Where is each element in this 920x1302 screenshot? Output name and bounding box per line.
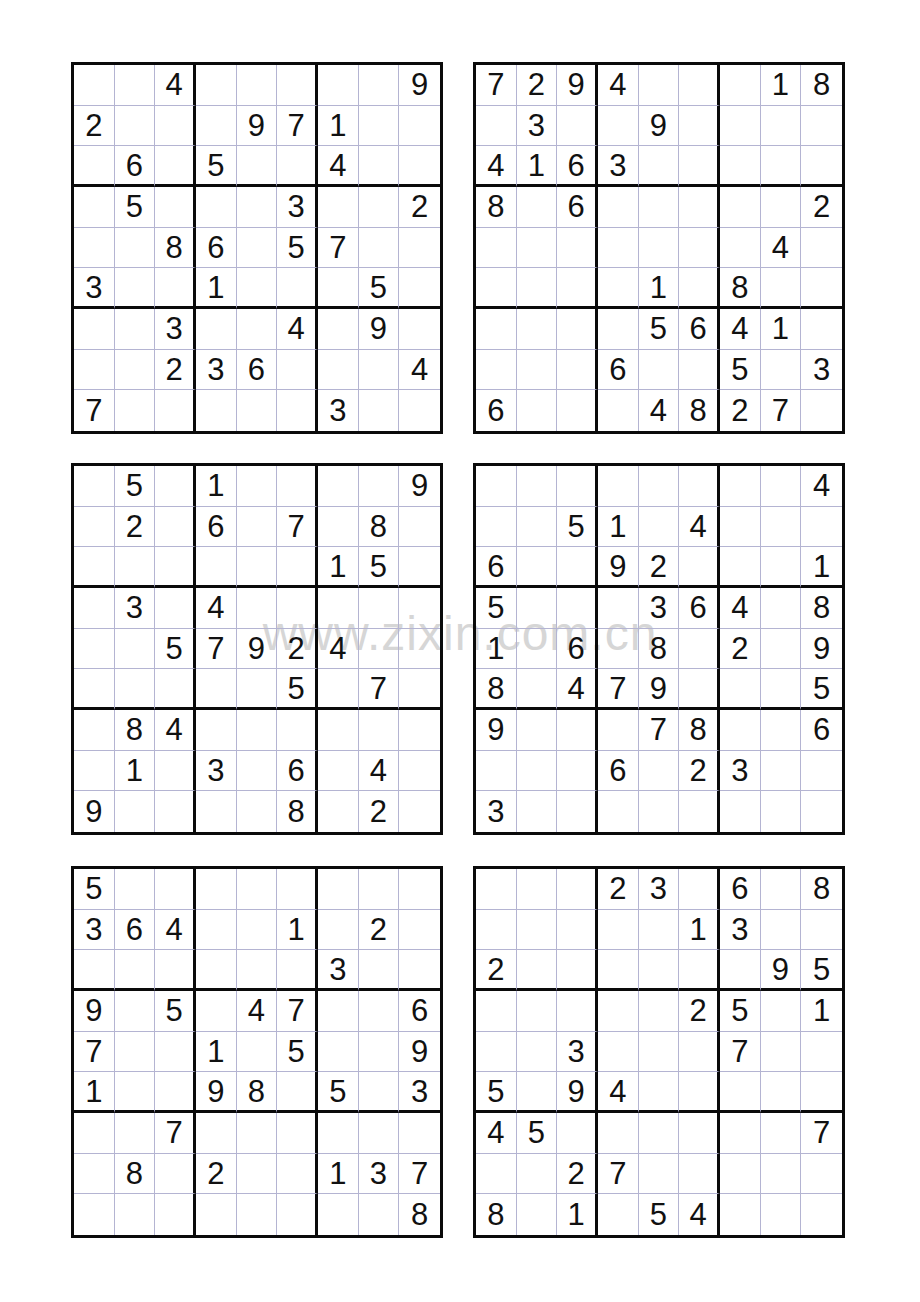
sudoku-cell-r2c5: 9 bbox=[237, 106, 278, 147]
sudoku-cell-r5c9 bbox=[399, 629, 440, 670]
sudoku-cell-r1c9: 4 bbox=[801, 466, 842, 507]
sudoku-cell-r4c4 bbox=[196, 991, 237, 1032]
sudoku-cell-r6c2 bbox=[517, 669, 558, 710]
sudoku-cell-r9c1: 7 bbox=[74, 390, 115, 431]
sudoku-cell-r1c1 bbox=[74, 65, 115, 106]
sudoku-cell-r5c1 bbox=[74, 228, 115, 269]
sudoku-cell-r3c2 bbox=[115, 950, 156, 991]
sudoku-cell-r6c6 bbox=[277, 1072, 318, 1113]
sudoku-cell-r9c8: 2 bbox=[359, 791, 400, 832]
sudoku-cell-r2c1 bbox=[476, 507, 517, 548]
sudoku-cell-r1c1 bbox=[74, 466, 115, 507]
sudoku-cell-r3c7: 4 bbox=[318, 146, 359, 187]
sudoku-cell-r6c5 bbox=[639, 1072, 680, 1113]
sudoku-cell-r4c1: 9 bbox=[74, 991, 115, 1032]
sudoku-cell-r9c5: 4 bbox=[639, 390, 680, 431]
sudoku-cell-r7c7 bbox=[318, 1113, 359, 1154]
sudoku-cell-r1c2: 5 bbox=[115, 466, 156, 507]
sudoku-cell-r8c8 bbox=[761, 1154, 802, 1195]
sudoku-cell-r3c4 bbox=[598, 950, 639, 991]
sudoku-cell-r7c3: 7 bbox=[155, 1113, 196, 1154]
sudoku-cell-r2c3 bbox=[557, 910, 598, 951]
sudoku-cell-r6c9 bbox=[399, 669, 440, 710]
sudoku-cell-r1c6 bbox=[679, 65, 720, 106]
sudoku-cell-r6c9 bbox=[801, 1072, 842, 1113]
sudoku-cell-r4c7: 5 bbox=[720, 991, 761, 1032]
sudoku-cell-r9c3 bbox=[155, 1194, 196, 1235]
sudoku-cell-r1c1: 7 bbox=[476, 65, 517, 106]
sudoku-cell-r5c7: 4 bbox=[318, 629, 359, 670]
sudoku-cell-r6c7: 8 bbox=[720, 268, 761, 309]
sudoku-cell-r9c5 bbox=[237, 390, 278, 431]
sudoku-cell-r8c5 bbox=[639, 350, 680, 391]
sudoku-cell-r8c2 bbox=[517, 1154, 558, 1195]
sudoku-cell-r2c1 bbox=[476, 106, 517, 147]
sudoku-cell-r9c4 bbox=[196, 791, 237, 832]
sudoku-cell-r2c4: 6 bbox=[196, 507, 237, 548]
sudoku-cell-r9c3 bbox=[155, 390, 196, 431]
sudoku-cell-r2c7 bbox=[720, 106, 761, 147]
sudoku-cell-r9c2 bbox=[115, 390, 156, 431]
sudoku-cell-r2c4: 1 bbox=[598, 507, 639, 548]
sudoku-cell-r7c8: 9 bbox=[359, 309, 400, 350]
sudoku-cell-r9c8 bbox=[761, 1194, 802, 1235]
sudoku-cell-r9c7 bbox=[720, 791, 761, 832]
sudoku-cell-r4c7 bbox=[318, 588, 359, 629]
sudoku-cell-r6c3: 4 bbox=[557, 669, 598, 710]
sudoku-cell-r5c1: 7 bbox=[74, 1032, 115, 1073]
sudoku-cell-r7c5: 5 bbox=[639, 309, 680, 350]
sudoku-cell-r4c5 bbox=[639, 187, 680, 228]
sudoku-cell-r1c7 bbox=[720, 466, 761, 507]
sudoku-cell-r5c4: 6 bbox=[196, 228, 237, 269]
sudoku-cell-r5c2 bbox=[517, 1032, 558, 1073]
sudoku-cell-r5c8 bbox=[359, 1032, 400, 1073]
sudoku-cell-r5c2 bbox=[115, 1032, 156, 1073]
sudoku-cell-r7c8 bbox=[359, 710, 400, 751]
sudoku-cell-r2c5 bbox=[639, 910, 680, 951]
sudoku-cell-r1c2 bbox=[517, 869, 558, 910]
sudoku-cell-r6c8 bbox=[761, 268, 802, 309]
sudoku-cell-r3c8: 5 bbox=[359, 547, 400, 588]
sudoku-cell-r6c4: 7 bbox=[598, 669, 639, 710]
sudoku-cell-r4c2: 5 bbox=[115, 187, 156, 228]
sudoku-cell-r7c4 bbox=[598, 710, 639, 751]
sudoku-cell-r4c1 bbox=[74, 588, 115, 629]
sudoku-cell-r4c2 bbox=[517, 187, 558, 228]
sudoku-cell-r8c2 bbox=[517, 751, 558, 792]
sudoku-cell-r4c2 bbox=[115, 991, 156, 1032]
sudoku-cell-r2c9 bbox=[399, 507, 440, 548]
sudoku-cell-r2c9 bbox=[801, 106, 842, 147]
sudoku-cell-r4c9: 8 bbox=[801, 588, 842, 629]
sudoku-cell-r7c4 bbox=[598, 309, 639, 350]
sudoku-cell-r6c8: 7 bbox=[359, 669, 400, 710]
sudoku-cell-r4c9: 2 bbox=[801, 187, 842, 228]
sudoku-cell-r1c8 bbox=[359, 869, 400, 910]
sudoku-cell-r6c2 bbox=[517, 268, 558, 309]
sudoku-cell-r3c2 bbox=[517, 950, 558, 991]
sudoku-cell-r5c7: 2 bbox=[720, 629, 761, 670]
sudoku-cell-r3c3 bbox=[155, 547, 196, 588]
sudoku-cell-r3c1 bbox=[74, 547, 115, 588]
sudoku-cell-r9c6: 8 bbox=[679, 390, 720, 431]
sudoku-cell-r1c5 bbox=[639, 65, 680, 106]
sudoku-cell-r2c8 bbox=[761, 910, 802, 951]
sudoku-cell-r5c3: 5 bbox=[155, 629, 196, 670]
sudoku-cell-r4c6 bbox=[679, 187, 720, 228]
sudoku-cell-r8c1 bbox=[74, 751, 115, 792]
sudoku-cell-r5c8 bbox=[359, 629, 400, 670]
sudoku-cell-r5c5 bbox=[237, 228, 278, 269]
sudoku-cell-r4c2: 3 bbox=[115, 588, 156, 629]
sudoku-cell-r8c2: 1 bbox=[115, 751, 156, 792]
sudoku-cell-r5c5 bbox=[639, 1032, 680, 1073]
sudoku-cell-r4c8 bbox=[359, 991, 400, 1032]
sudoku-cell-r9c5: 5 bbox=[639, 1194, 680, 1235]
sudoku-cell-r9c8 bbox=[761, 791, 802, 832]
sudoku-grid-5: 5364123954767159198537821378 bbox=[71, 866, 443, 1238]
sudoku-cell-r4c9 bbox=[399, 588, 440, 629]
sudoku-cell-r9c4 bbox=[196, 1194, 237, 1235]
sudoku-cell-r6c2 bbox=[517, 1072, 558, 1113]
sudoku-cell-r9c5 bbox=[639, 791, 680, 832]
sudoku-cell-r8c4: 2 bbox=[196, 1154, 237, 1195]
sudoku-cell-r8c8: 4 bbox=[359, 751, 400, 792]
sudoku-cell-r5c8: 4 bbox=[761, 228, 802, 269]
sudoku-cell-r1c7 bbox=[318, 466, 359, 507]
sudoku-cell-r9c1: 9 bbox=[74, 791, 115, 832]
sudoku-cell-r3c3 bbox=[155, 950, 196, 991]
sudoku-cell-r3c2: 1 bbox=[517, 146, 558, 187]
sudoku-cell-r1c3 bbox=[557, 869, 598, 910]
sudoku-cell-r2c6: 7 bbox=[277, 507, 318, 548]
sudoku-cell-r9c7 bbox=[318, 791, 359, 832]
sudoku-worksheet-page: www.zixin.com.cn 49297165453286573153492… bbox=[0, 0, 920, 1302]
sudoku-cell-r7c2 bbox=[517, 710, 558, 751]
sudoku-cell-r3c5: 2 bbox=[639, 547, 680, 588]
sudoku-cell-r4c8 bbox=[359, 588, 400, 629]
sudoku-cell-r1c8 bbox=[359, 466, 400, 507]
sudoku-cell-r1c5 bbox=[639, 466, 680, 507]
sudoku-cell-r5c4: 1 bbox=[196, 1032, 237, 1073]
sudoku-cell-r6c2 bbox=[115, 268, 156, 309]
sudoku-cell-r6c1: 5 bbox=[476, 1072, 517, 1113]
sudoku-cell-r7c1 bbox=[74, 1113, 115, 1154]
sudoku-cell-r9c6: 8 bbox=[277, 791, 318, 832]
sudoku-cell-r7c7 bbox=[318, 309, 359, 350]
sudoku-cell-r3c3 bbox=[155, 146, 196, 187]
sudoku-cell-r9c3: 1 bbox=[557, 1194, 598, 1235]
sudoku-cell-r2c8: 8 bbox=[359, 507, 400, 548]
sudoku-cell-r7c2 bbox=[115, 1113, 156, 1154]
sudoku-cell-r5c6 bbox=[679, 1032, 720, 1073]
sudoku-cell-r9c7: 3 bbox=[318, 390, 359, 431]
sudoku-cell-r4c8 bbox=[761, 588, 802, 629]
sudoku-cell-r2c7 bbox=[318, 507, 359, 548]
sudoku-cell-r1c9 bbox=[399, 869, 440, 910]
sudoku-cell-r5c4 bbox=[598, 228, 639, 269]
sudoku-cell-r1c8: 1 bbox=[761, 65, 802, 106]
sudoku-cell-r6c1: 8 bbox=[476, 669, 517, 710]
sudoku-cell-r4c8 bbox=[761, 991, 802, 1032]
sudoku-cell-r2c6: 1 bbox=[277, 910, 318, 951]
sudoku-cell-r2c4 bbox=[196, 910, 237, 951]
sudoku-cell-r3c7 bbox=[720, 146, 761, 187]
sudoku-cell-r4c3 bbox=[557, 991, 598, 1032]
sudoku-cell-r6c4: 4 bbox=[598, 1072, 639, 1113]
sudoku-cell-r2c7: 3 bbox=[720, 910, 761, 951]
sudoku-cell-r3c8: 9 bbox=[761, 950, 802, 991]
sudoku-cell-r9c2 bbox=[517, 791, 558, 832]
sudoku-cell-r6c8 bbox=[359, 1072, 400, 1113]
sudoku-cell-r2c2 bbox=[115, 106, 156, 147]
sudoku-cell-r7c6: 8 bbox=[679, 710, 720, 751]
sudoku-cell-r8c4: 3 bbox=[196, 350, 237, 391]
sudoku-cell-r1c2 bbox=[115, 869, 156, 910]
sudoku-cell-r6c2 bbox=[115, 669, 156, 710]
sudoku-cell-r7c3: 3 bbox=[155, 309, 196, 350]
sudoku-cell-r4c4 bbox=[598, 187, 639, 228]
sudoku-cell-r4c2 bbox=[517, 588, 558, 629]
sudoku-cell-r4c4 bbox=[598, 588, 639, 629]
sudoku-cell-r5c1: 1 bbox=[476, 629, 517, 670]
sudoku-cell-r1c7 bbox=[318, 65, 359, 106]
sudoku-cell-r6c8 bbox=[761, 669, 802, 710]
sudoku-cell-r4c6: 6 bbox=[679, 588, 720, 629]
sudoku-cell-r1c1: 5 bbox=[74, 869, 115, 910]
sudoku-cell-r5c1 bbox=[476, 1032, 517, 1073]
sudoku-cell-r5c6: 5 bbox=[277, 1032, 318, 1073]
sudoku-cell-r6c1 bbox=[74, 669, 115, 710]
sudoku-cell-r8c6: 2 bbox=[679, 751, 720, 792]
sudoku-cell-r9c1: 3 bbox=[476, 791, 517, 832]
sudoku-cell-r4c4 bbox=[196, 187, 237, 228]
sudoku-cell-r6c6 bbox=[679, 669, 720, 710]
sudoku-cell-r9c3 bbox=[155, 791, 196, 832]
sudoku-cell-r3c8 bbox=[761, 547, 802, 588]
sudoku-cell-r2c1 bbox=[476, 910, 517, 951]
sudoku-cell-r8c7 bbox=[318, 751, 359, 792]
sudoku-cell-r5c5: 9 bbox=[237, 629, 278, 670]
sudoku-cell-r3c6 bbox=[679, 146, 720, 187]
sudoku-cell-r1c9: 8 bbox=[801, 869, 842, 910]
sudoku-cell-r7c5 bbox=[639, 1113, 680, 1154]
sudoku-cell-r2c8 bbox=[761, 106, 802, 147]
sudoku-cell-r3c7: 1 bbox=[318, 547, 359, 588]
sudoku-cell-r7c9: 7 bbox=[801, 1113, 842, 1154]
sudoku-cell-r8c8 bbox=[359, 350, 400, 391]
sudoku-cell-r8c1 bbox=[74, 350, 115, 391]
sudoku-cell-r6c3 bbox=[155, 669, 196, 710]
sudoku-cell-r1c4: 2 bbox=[598, 869, 639, 910]
sudoku-cell-r3c4: 5 bbox=[196, 146, 237, 187]
sudoku-cell-r7c5 bbox=[237, 309, 278, 350]
sudoku-cell-r4c7: 4 bbox=[720, 588, 761, 629]
sudoku-cell-r2c6: 1 bbox=[679, 910, 720, 951]
sudoku-cell-r6c3 bbox=[155, 268, 196, 309]
sudoku-cell-r6c4 bbox=[598, 268, 639, 309]
sudoku-cell-r5c6 bbox=[679, 228, 720, 269]
sudoku-cell-r9c4 bbox=[598, 390, 639, 431]
sudoku-cell-r9c7 bbox=[720, 1194, 761, 1235]
sudoku-cell-r5c2 bbox=[115, 629, 156, 670]
sudoku-grid-6: 23681329525137594457278154 bbox=[473, 866, 845, 1238]
sudoku-cell-r3c6 bbox=[277, 950, 318, 991]
sudoku-cell-r7c7 bbox=[720, 1113, 761, 1154]
sudoku-cell-r8c9: 4 bbox=[399, 350, 440, 391]
sudoku-cell-r4c1: 5 bbox=[476, 588, 517, 629]
sudoku-cell-r3c1: 6 bbox=[476, 547, 517, 588]
sudoku-cell-r4c5 bbox=[237, 588, 278, 629]
sudoku-cell-r7c2: 8 bbox=[115, 710, 156, 751]
sudoku-cell-r1c9: 9 bbox=[399, 466, 440, 507]
sudoku-cell-r8c4: 3 bbox=[196, 751, 237, 792]
sudoku-cell-r4c4: 4 bbox=[196, 588, 237, 629]
sudoku-cell-r6c6 bbox=[277, 268, 318, 309]
sudoku-cell-r3c2 bbox=[115, 547, 156, 588]
sudoku-cell-r6c3 bbox=[155, 1072, 196, 1113]
sudoku-cell-r9c1: 6 bbox=[476, 390, 517, 431]
sudoku-cell-r1c5 bbox=[237, 869, 278, 910]
sudoku-cell-r7c6: 6 bbox=[679, 309, 720, 350]
sudoku-cell-r2c7 bbox=[318, 910, 359, 951]
sudoku-cell-r6c7 bbox=[720, 669, 761, 710]
sudoku-cell-r1c3 bbox=[155, 466, 196, 507]
sudoku-cell-r4c8 bbox=[761, 187, 802, 228]
sudoku-cell-r2c4 bbox=[598, 910, 639, 951]
sudoku-cell-r8c7 bbox=[720, 1154, 761, 1195]
sudoku-cell-r5c7 bbox=[720, 228, 761, 269]
sudoku-cell-r8c6 bbox=[679, 1154, 720, 1195]
sudoku-cell-r5c8 bbox=[359, 228, 400, 269]
sudoku-cell-r7c1 bbox=[74, 710, 115, 751]
sudoku-cell-r4c3 bbox=[557, 588, 598, 629]
sudoku-cell-r3c5 bbox=[237, 950, 278, 991]
sudoku-cell-r9c9 bbox=[801, 791, 842, 832]
sudoku-cell-r5c9 bbox=[801, 1032, 842, 1073]
sudoku-cell-r6c9: 5 bbox=[801, 669, 842, 710]
sudoku-cell-r5c3: 3 bbox=[557, 1032, 598, 1073]
sudoku-cell-r1c3: 4 bbox=[155, 65, 196, 106]
sudoku-cell-r7c7: 4 bbox=[720, 309, 761, 350]
sudoku-cell-r5c6: 2 bbox=[277, 629, 318, 670]
sudoku-cell-r3c1: 4 bbox=[476, 146, 517, 187]
sudoku-cell-r9c9 bbox=[399, 791, 440, 832]
sudoku-cell-r3c4 bbox=[196, 547, 237, 588]
sudoku-cell-r3c9: 5 bbox=[801, 950, 842, 991]
sudoku-cell-r2c8 bbox=[359, 106, 400, 147]
sudoku-cell-r2c5 bbox=[237, 910, 278, 951]
sudoku-cell-r9c8 bbox=[359, 1194, 400, 1235]
sudoku-cell-r1c9: 9 bbox=[399, 65, 440, 106]
sudoku-cell-r8c1 bbox=[476, 1154, 517, 1195]
sudoku-cell-r9c6 bbox=[277, 390, 318, 431]
sudoku-cell-r7c4 bbox=[196, 309, 237, 350]
sudoku-cell-r5c2 bbox=[115, 228, 156, 269]
sudoku-cell-r4c3 bbox=[155, 187, 196, 228]
sudoku-cell-r6c5: 9 bbox=[639, 669, 680, 710]
sudoku-cell-r9c7 bbox=[318, 1194, 359, 1235]
sudoku-cell-r3c7: 3 bbox=[318, 950, 359, 991]
sudoku-cell-r4c7 bbox=[720, 187, 761, 228]
sudoku-cell-r8c1 bbox=[476, 350, 517, 391]
sudoku-cell-r1c1 bbox=[476, 869, 517, 910]
sudoku-cell-r8c6 bbox=[679, 350, 720, 391]
sudoku-cell-r6c8: 5 bbox=[359, 268, 400, 309]
sudoku-cell-r4c1 bbox=[476, 991, 517, 1032]
sudoku-cell-r3c4: 3 bbox=[598, 146, 639, 187]
sudoku-cell-r5c4 bbox=[598, 629, 639, 670]
sudoku-cell-r5c1 bbox=[74, 629, 115, 670]
sudoku-cell-r6c5 bbox=[237, 669, 278, 710]
sudoku-cell-r2c1: 3 bbox=[74, 910, 115, 951]
sudoku-cell-r5c7 bbox=[318, 1032, 359, 1073]
sudoku-grid-3: 519267815345792457841364982 bbox=[71, 463, 443, 835]
sudoku-cell-r8c2 bbox=[517, 350, 558, 391]
sudoku-cell-r5c7: 7 bbox=[318, 228, 359, 269]
sudoku-cell-r8c2 bbox=[115, 350, 156, 391]
sudoku-cell-r5c6: 5 bbox=[277, 228, 318, 269]
sudoku-cell-r8c4: 7 bbox=[598, 1154, 639, 1195]
sudoku-cell-r2c2: 6 bbox=[115, 910, 156, 951]
sudoku-cell-r7c9 bbox=[801, 309, 842, 350]
sudoku-cell-r3c5 bbox=[639, 950, 680, 991]
sudoku-cell-r5c5 bbox=[639, 228, 680, 269]
sudoku-grid-2: 729418394163862418564165364827 bbox=[473, 62, 845, 434]
sudoku-cell-r2c9 bbox=[801, 910, 842, 951]
sudoku-cell-r1c2 bbox=[517, 466, 558, 507]
sudoku-cell-r9c9 bbox=[801, 1194, 842, 1235]
sudoku-cell-r6c6 bbox=[679, 1072, 720, 1113]
sudoku-cell-r2c2 bbox=[517, 507, 558, 548]
sudoku-cell-r4c5: 4 bbox=[237, 991, 278, 1032]
sudoku-cell-r8c4: 6 bbox=[598, 751, 639, 792]
sudoku-cell-r1c6 bbox=[277, 466, 318, 507]
sudoku-cell-r7c8 bbox=[761, 1113, 802, 1154]
sudoku-cell-r8c9: 3 bbox=[801, 350, 842, 391]
sudoku-cell-r8c2: 8 bbox=[115, 1154, 156, 1195]
sudoku-cell-r9c4 bbox=[598, 791, 639, 832]
sudoku-cell-r5c3 bbox=[557, 228, 598, 269]
sudoku-cell-r9c2 bbox=[517, 1194, 558, 1235]
sudoku-cell-r4c9: 6 bbox=[399, 991, 440, 1032]
sudoku-cell-r4c5 bbox=[237, 187, 278, 228]
sudoku-cell-r4c3: 6 bbox=[557, 187, 598, 228]
sudoku-cell-r1c5: 3 bbox=[639, 869, 680, 910]
sudoku-cell-r3c8 bbox=[359, 950, 400, 991]
sudoku-cell-r2c7 bbox=[720, 507, 761, 548]
sudoku-cell-r5c5: 8 bbox=[639, 629, 680, 670]
sudoku-cell-r3c4: 9 bbox=[598, 547, 639, 588]
sudoku-cell-r8c1 bbox=[74, 1154, 115, 1195]
sudoku-cell-r6c8 bbox=[761, 1072, 802, 1113]
sudoku-cell-r5c5 bbox=[237, 1032, 278, 1073]
sudoku-cell-r8c6 bbox=[277, 350, 318, 391]
sudoku-cell-r6c9 bbox=[399, 268, 440, 309]
sudoku-cell-r9c5 bbox=[237, 1194, 278, 1235]
sudoku-cell-r9c3 bbox=[557, 791, 598, 832]
sudoku-cell-r5c4: 7 bbox=[196, 629, 237, 670]
sudoku-cell-r3c1: 2 bbox=[476, 950, 517, 991]
sudoku-cell-r7c5 bbox=[237, 710, 278, 751]
sudoku-cell-r3c3: 6 bbox=[557, 146, 598, 187]
sudoku-cell-r8c6 bbox=[277, 1154, 318, 1195]
sudoku-cell-r3c3 bbox=[557, 547, 598, 588]
sudoku-cell-r3c9: 1 bbox=[801, 547, 842, 588]
sudoku-cell-r1c8 bbox=[761, 869, 802, 910]
sudoku-cell-r9c4 bbox=[598, 1194, 639, 1235]
